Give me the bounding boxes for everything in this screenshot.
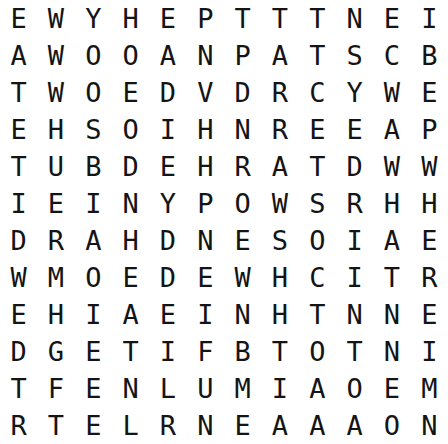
grid-cell-r1c8[interactable]: T	[261, 0, 298, 37]
grid-cell-r7c1[interactable]: D	[0, 222, 37, 259]
grid-cell-r12c7[interactable]: E	[224, 407, 261, 444]
grid-cell-r3c10[interactable]: Y	[336, 74, 373, 111]
grid-cell-r10c8[interactable]: T	[261, 333, 298, 370]
grid-cell-r1c9[interactable]: T	[299, 0, 336, 37]
grid-cell-r9c11[interactable]: N	[373, 296, 410, 333]
grid-cell-r10c12[interactable]: I	[411, 333, 448, 370]
grid-cell-r9c7[interactable]: N	[224, 296, 261, 333]
grid-cell-r12c1[interactable]: R	[0, 407, 37, 444]
grid-cell-r1c1[interactable]: E	[0, 0, 37, 37]
grid-cell-r7c6[interactable]: N	[187, 222, 224, 259]
grid-cell-r3c6[interactable]: V	[187, 74, 224, 111]
grid-cell-r6c7[interactable]: O	[224, 185, 261, 222]
grid-cell-r8c5[interactable]: D	[149, 259, 186, 296]
grid-cell-r2c1[interactable]: A	[0, 37, 37, 74]
grid-cell-r12c9[interactable]: A	[299, 407, 336, 444]
grid-cell-r4c7[interactable]: N	[224, 111, 261, 148]
grid-cell-r4c1[interactable]: E	[0, 111, 37, 148]
grid-cell-r5c10[interactable]: D	[336, 148, 373, 185]
grid-cell-r5c6[interactable]: H	[187, 148, 224, 185]
grid-cell-r3c1[interactable]: T	[0, 74, 37, 111]
grid-cell-r2c3[interactable]: O	[75, 37, 112, 74]
grid-cell-r5c1[interactable]: T	[0, 148, 37, 185]
grid-cell-r9c1[interactable]: E	[0, 296, 37, 333]
grid-cell-r5c11[interactable]: W	[373, 148, 410, 185]
grid-cell-r9c8[interactable]: H	[261, 296, 298, 333]
grid-cell-r11c7[interactable]: M	[224, 370, 261, 407]
grid-cell-r1c7[interactable]: T	[224, 0, 261, 37]
grid-cell-r11c6[interactable]: U	[187, 370, 224, 407]
grid-cell-r8c8[interactable]: H	[261, 259, 298, 296]
grid-cell-r6c12[interactable]: H	[411, 185, 448, 222]
grid-cell-r2c10[interactable]: S	[336, 37, 373, 74]
grid-cell-r10c2[interactable]: G	[37, 333, 74, 370]
grid-cell-r6c1[interactable]: I	[0, 185, 37, 222]
grid-cell-r1c3[interactable]: Y	[75, 0, 112, 37]
grid-cell-r12c12[interactable]: N	[411, 407, 448, 444]
grid-cell-r6c2[interactable]: E	[37, 185, 74, 222]
grid-cell-r7c9[interactable]: O	[299, 222, 336, 259]
grid-cell-r3c5[interactable]: D	[149, 74, 186, 111]
grid-cell-r5c5[interactable]: E	[149, 148, 186, 185]
word-search-grid: EWYHEPTTTNEIAWOOANPATSCBTWOEDVDRCYWEEHSO…	[0, 0, 448, 444]
grid-cell-r2c2[interactable]: W	[37, 37, 74, 74]
grid-cell-r9c9[interactable]: T	[299, 296, 336, 333]
grid-cell-r10c10[interactable]: T	[336, 333, 373, 370]
grid-cell-r8c10[interactable]: I	[336, 259, 373, 296]
grid-cell-r5c8[interactable]: A	[261, 148, 298, 185]
grid-cell-r2c9[interactable]: T	[299, 37, 336, 74]
grid-cell-r7c10[interactable]: I	[336, 222, 373, 259]
grid-cell-r10c5[interactable]: I	[149, 333, 186, 370]
grid-cell-r6c9[interactable]: S	[299, 185, 336, 222]
grid-cell-r2c8[interactable]: A	[261, 37, 298, 74]
grid-cell-r7c2[interactable]: R	[37, 222, 74, 259]
grid-cell-r12c2[interactable]: T	[37, 407, 74, 444]
grid-cell-r2c11[interactable]: C	[373, 37, 410, 74]
grid-cell-r12c3[interactable]: E	[75, 407, 112, 444]
grid-cell-r11c9[interactable]: A	[299, 370, 336, 407]
grid-cell-r8c12[interactable]: R	[411, 259, 448, 296]
grid-cell-r6c4[interactable]: N	[112, 185, 149, 222]
grid-cell-r8c4[interactable]: E	[112, 259, 149, 296]
grid-cell-r2c4[interactable]: O	[112, 37, 149, 74]
grid-cell-r8c6[interactable]: E	[187, 259, 224, 296]
grid-cell-r5c4[interactable]: D	[112, 148, 149, 185]
grid-cell-r11c3[interactable]: E	[75, 370, 112, 407]
grid-cell-r6c8[interactable]: W	[261, 185, 298, 222]
grid-cell-r1c5[interactable]: E	[149, 0, 186, 37]
grid-cell-r8c1[interactable]: W	[0, 259, 37, 296]
grid-cell-r9c6[interactable]: I	[187, 296, 224, 333]
grid-cell-r7c3[interactable]: A	[75, 222, 112, 259]
grid-cell-r12c4[interactable]: L	[112, 407, 149, 444]
grid-cell-r4c11[interactable]: A	[373, 111, 410, 148]
grid-cell-r4c12[interactable]: P	[411, 111, 448, 148]
grid-cell-r10c6[interactable]: F	[187, 333, 224, 370]
grid-cell-r6c5[interactable]: Y	[149, 185, 186, 222]
grid-cell-r8c2[interactable]: M	[37, 259, 74, 296]
grid-cell-r2c6[interactable]: N	[187, 37, 224, 74]
grid-cell-r3c4[interactable]: E	[112, 74, 149, 111]
grid-cell-r12c6[interactable]: N	[187, 407, 224, 444]
grid-cell-r3c12[interactable]: E	[411, 74, 448, 111]
grid-cell-r11c5[interactable]: L	[149, 370, 186, 407]
grid-cell-r4c10[interactable]: E	[336, 111, 373, 148]
grid-cell-r10c1[interactable]: D	[0, 333, 37, 370]
grid-cell-r10c3[interactable]: E	[75, 333, 112, 370]
grid-cell-r6c6[interactable]: P	[187, 185, 224, 222]
grid-cell-r5c7[interactable]: R	[224, 148, 261, 185]
grid-cell-r2c7[interactable]: P	[224, 37, 261, 74]
grid-cell-r10c11[interactable]: N	[373, 333, 410, 370]
grid-cell-r4c4[interactable]: O	[112, 111, 149, 148]
grid-cell-r9c5[interactable]: E	[149, 296, 186, 333]
grid-cell-r11c8[interactable]: I	[261, 370, 298, 407]
grid-cell-r3c8[interactable]: R	[261, 74, 298, 111]
grid-cell-r1c10[interactable]: N	[336, 0, 373, 37]
grid-cell-r9c3[interactable]: I	[75, 296, 112, 333]
grid-cell-r4c8[interactable]: R	[261, 111, 298, 148]
grid-cell-r9c2[interactable]: H	[37, 296, 74, 333]
grid-cell-r10c4[interactable]: T	[112, 333, 149, 370]
grid-cell-r7c12[interactable]: E	[411, 222, 448, 259]
grid-cell-r11c2[interactable]: F	[37, 370, 74, 407]
grid-cell-r12c11[interactable]: O	[373, 407, 410, 444]
grid-cell-r6c10[interactable]: R	[336, 185, 373, 222]
grid-cell-r1c12[interactable]: I	[411, 0, 448, 37]
grid-cell-r3c2[interactable]: W	[37, 74, 74, 111]
grid-cell-r8c3[interactable]: O	[75, 259, 112, 296]
grid-cell-r11c11[interactable]: E	[373, 370, 410, 407]
grid-cell-r8c9[interactable]: C	[299, 259, 336, 296]
grid-cell-r9c12[interactable]: E	[411, 296, 448, 333]
grid-cell-r1c4[interactable]: H	[112, 0, 149, 37]
grid-cell-r1c11[interactable]: E	[373, 0, 410, 37]
grid-cell-r9c4[interactable]: A	[112, 296, 149, 333]
grid-cell-r11c10[interactable]: O	[336, 370, 373, 407]
grid-cell-r3c3[interactable]: O	[75, 74, 112, 111]
grid-cell-r9c10[interactable]: N	[336, 296, 373, 333]
grid-cell-r4c3[interactable]: S	[75, 111, 112, 148]
grid-cell-r7c4[interactable]: H	[112, 222, 149, 259]
grid-cell-r2c5[interactable]: A	[149, 37, 186, 74]
grid-cell-r2c12[interactable]: B	[411, 37, 448, 74]
grid-cell-r11c1[interactable]: T	[0, 370, 37, 407]
grid-cell-r7c7[interactable]: E	[224, 222, 261, 259]
grid-cell-r12c8[interactable]: A	[261, 407, 298, 444]
grid-cell-r6c11[interactable]: H	[373, 185, 410, 222]
grid-cell-r3c9[interactable]: C	[299, 74, 336, 111]
grid-cell-r5c9[interactable]: T	[299, 148, 336, 185]
grid-cell-r5c2[interactable]: U	[37, 148, 74, 185]
grid-cell-r4c2[interactable]: H	[37, 111, 74, 148]
grid-cell-r11c12[interactable]: M	[411, 370, 448, 407]
grid-cell-r8c7[interactable]: W	[224, 259, 261, 296]
grid-cell-r3c11[interactable]: W	[373, 74, 410, 111]
grid-cell-r4c5[interactable]: I	[149, 111, 186, 148]
grid-cell-r5c3[interactable]: B	[75, 148, 112, 185]
grid-cell-r10c9[interactable]: O	[299, 333, 336, 370]
grid-cell-r10c7[interactable]: B	[224, 333, 261, 370]
grid-cell-r12c5[interactable]: R	[149, 407, 186, 444]
grid-cell-r3c7[interactable]: D	[224, 74, 261, 111]
grid-cell-r6c3[interactable]: I	[75, 185, 112, 222]
grid-cell-r5c12[interactable]: W	[411, 148, 448, 185]
grid-cell-r11c4[interactable]: N	[112, 370, 149, 407]
grid-cell-r1c2[interactable]: W	[37, 0, 74, 37]
grid-cell-r4c6[interactable]: H	[187, 111, 224, 148]
grid-cell-r1c6[interactable]: P	[187, 0, 224, 37]
grid-cell-r12c10[interactable]: A	[336, 407, 373, 444]
grid-cell-r4c9[interactable]: E	[299, 111, 336, 148]
grid-cell-r7c8[interactable]: S	[261, 222, 298, 259]
grid-cell-r7c11[interactable]: A	[373, 222, 410, 259]
grid-cell-r8c11[interactable]: T	[373, 259, 410, 296]
grid-cell-r7c5[interactable]: D	[149, 222, 186, 259]
